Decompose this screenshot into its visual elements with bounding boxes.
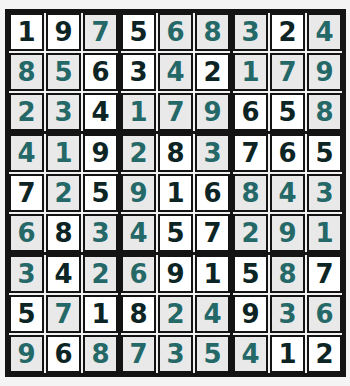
cell-r4c1[interactable]: 4	[9, 134, 44, 172]
cell-r9c4[interactable]: 7	[121, 335, 156, 373]
cell-r6c6[interactable]: 7	[195, 214, 230, 252]
given-digit: 8	[54, 220, 72, 246]
solved-digit: 9	[315, 59, 333, 85]
cell-r1c4[interactable]: 5	[121, 13, 156, 51]
cell-r3c1[interactable]: 2	[9, 93, 44, 131]
solved-digit: 2	[166, 301, 184, 327]
cell-r3c7[interactable]: 6	[233, 93, 268, 131]
solved-digit: 3	[278, 301, 296, 327]
cell-r3c8[interactable]: 5	[270, 93, 305, 131]
cell-r9c6[interactable]: 5	[195, 335, 230, 373]
solved-digit: 2	[91, 261, 109, 287]
sudoku-board: 1978562345683421793241796584197256832839…	[5, 9, 346, 377]
given-digit: 5	[315, 140, 333, 166]
cell-r7c3[interactable]: 2	[83, 255, 118, 293]
given-digit: 6	[241, 99, 259, 125]
cell-r2c3[interactable]: 6	[83, 53, 118, 91]
given-digit: 3	[129, 59, 147, 85]
solved-digit: 7	[129, 341, 147, 367]
box-9: 587936412	[233, 255, 342, 373]
cell-r5c6[interactable]: 6	[195, 174, 230, 212]
solved-digit: 2	[129, 140, 147, 166]
box-6: 765843291	[233, 134, 342, 252]
given-digit: 7	[315, 261, 333, 287]
cell-r8c3[interactable]: 1	[83, 295, 118, 333]
cell-r4c7[interactable]: 7	[233, 134, 268, 172]
solved-digit: 1	[54, 140, 72, 166]
solved-digit: 9	[203, 99, 221, 125]
cell-r8c2[interactable]: 7	[46, 295, 81, 333]
cell-r5c7[interactable]: 8	[233, 174, 268, 212]
solved-digit: 6	[17, 220, 35, 246]
solved-digit: 4	[166, 59, 184, 85]
solved-digit: 9	[278, 220, 296, 246]
solved-digit: 3	[91, 220, 109, 246]
solved-digit: 4	[203, 301, 221, 327]
solved-digit: 3	[54, 99, 72, 125]
cell-r3c5[interactable]: 7	[158, 93, 193, 131]
cell-r4c6[interactable]: 3	[195, 134, 230, 172]
cell-r4c4[interactable]: 2	[121, 134, 156, 172]
given-digit: 2	[315, 341, 333, 367]
cell-r8c8[interactable]: 3	[270, 295, 305, 333]
solved-digit: 2	[17, 99, 35, 125]
given-digit: 9	[54, 19, 72, 45]
cell-r6c5[interactable]: 5	[158, 214, 193, 252]
given-digit: 5	[278, 99, 296, 125]
solved-digit: 6	[166, 19, 184, 45]
given-digit: 7	[241, 140, 259, 166]
solved-digit: 1	[241, 59, 259, 85]
solved-digit: 4	[17, 140, 35, 166]
given-digit: 5	[129, 19, 147, 45]
cell-r9c7[interactable]: 4	[233, 335, 268, 373]
given-digit: 4	[54, 261, 72, 287]
cell-r1c3[interactable]: 7	[83, 13, 118, 51]
solved-digit: 8	[203, 19, 221, 45]
solved-digit: 3	[17, 261, 35, 287]
solved-digit: 3	[203, 140, 221, 166]
given-digit: 1	[203, 261, 221, 287]
cell-r8c1[interactable]: 5	[9, 295, 44, 333]
given-digit: 6	[91, 59, 109, 85]
cell-r1c8[interactable]: 2	[270, 13, 305, 51]
given-digit: 1	[91, 301, 109, 327]
given-digit: 4	[91, 99, 109, 125]
solved-digit: 8	[278, 261, 296, 287]
cell-r1c7[interactable]: 3	[233, 13, 268, 51]
solved-digit: 1	[315, 220, 333, 246]
given-digit: 7	[203, 220, 221, 246]
solved-digit: 5	[54, 59, 72, 85]
cell-r5c4[interactable]: 9	[121, 174, 156, 212]
box-4: 419725683	[9, 134, 118, 252]
cell-r1c6[interactable]: 8	[195, 13, 230, 51]
given-digit: 2	[203, 59, 221, 85]
solved-digit: 9	[129, 180, 147, 206]
solved-digit: 7	[166, 99, 184, 125]
solved-digit: 6	[129, 261, 147, 287]
cell-r2c2[interactable]: 5	[46, 53, 81, 91]
cell-r7c9[interactable]: 7	[307, 255, 342, 293]
cell-r1c1[interactable]: 1	[9, 13, 44, 51]
given-digit: 2	[278, 19, 296, 45]
cell-r3c3[interactable]: 4	[83, 93, 118, 131]
given-digit: 1	[17, 19, 35, 45]
cell-r6c9[interactable]: 1	[307, 214, 342, 252]
cell-r9c9[interactable]: 2	[307, 335, 342, 373]
cell-r8c5[interactable]: 2	[158, 295, 193, 333]
given-digit: 9	[91, 140, 109, 166]
solved-digit: 3	[241, 19, 259, 45]
given-digit: 5	[91, 180, 109, 206]
given-digit: 5	[17, 301, 35, 327]
cell-r1c2[interactable]: 9	[46, 13, 81, 51]
box-2: 568342179	[121, 13, 230, 131]
cell-r5c3[interactable]: 5	[83, 174, 118, 212]
cell-r4c9[interactable]: 5	[307, 134, 342, 172]
given-digit: 1	[166, 180, 184, 206]
solved-digit: 8	[17, 59, 35, 85]
box-8: 691824735	[121, 255, 230, 373]
cell-r5c8[interactable]: 4	[270, 174, 305, 212]
given-digit: 1	[278, 341, 296, 367]
solved-digit: 7	[54, 301, 72, 327]
cell-r6c8[interactable]: 9	[270, 214, 305, 252]
cell-r3c2[interactable]: 3	[46, 93, 81, 131]
given-digit: 9	[166, 261, 184, 287]
solved-digit: 6	[315, 301, 333, 327]
cell-r2c9[interactable]: 9	[307, 53, 342, 91]
cell-r6c1[interactable]: 6	[9, 214, 44, 252]
cell-r5c5[interactable]: 1	[158, 174, 193, 212]
solved-digit: 9	[17, 341, 35, 367]
solved-digit: 3	[315, 180, 333, 206]
box-7: 342571968	[9, 255, 118, 373]
solved-digit: 5	[203, 341, 221, 367]
cell-r5c9[interactable]: 3	[307, 174, 342, 212]
solved-digit: 4	[241, 341, 259, 367]
cell-r7c1[interactable]: 3	[9, 255, 44, 293]
cell-r4c3[interactable]: 9	[83, 134, 118, 172]
cell-r7c6[interactable]: 1	[195, 255, 230, 293]
cell-r8c6[interactable]: 4	[195, 295, 230, 333]
given-digit: 9	[241, 301, 259, 327]
cell-r6c7[interactable]: 2	[233, 214, 268, 252]
cell-r2c6[interactable]: 2	[195, 53, 230, 91]
cell-r2c5[interactable]: 4	[158, 53, 193, 91]
given-digit: 5	[166, 220, 184, 246]
given-digit: 8	[129, 301, 147, 327]
cell-r3c4[interactable]: 1	[121, 93, 156, 131]
cell-r9c5[interactable]: 3	[158, 335, 193, 373]
cell-r4c8[interactable]: 6	[270, 134, 305, 172]
cell-r8c9[interactable]: 6	[307, 295, 342, 333]
solved-digit: 8	[91, 341, 109, 367]
given-digit: 6	[278, 140, 296, 166]
box-3: 324179658	[233, 13, 342, 131]
solved-digit: 4	[129, 220, 147, 246]
cell-r9c3[interactable]: 8	[83, 335, 118, 373]
cell-r7c2[interactable]: 4	[46, 255, 81, 293]
solved-digit: 4	[278, 180, 296, 206]
cell-r4c2[interactable]: 1	[46, 134, 81, 172]
solved-digit: 2	[54, 180, 72, 206]
cell-r7c4[interactable]: 6	[121, 255, 156, 293]
cell-r2c1[interactable]: 8	[9, 53, 44, 91]
cell-r9c8[interactable]: 1	[270, 335, 305, 373]
cell-r5c2[interactable]: 2	[46, 174, 81, 212]
cell-r4c5[interactable]: 8	[158, 134, 193, 172]
box-5: 283916457	[121, 134, 230, 252]
given-digit: 6	[203, 180, 221, 206]
solved-digit: 8	[241, 180, 259, 206]
cell-r8c7[interactable]: 9	[233, 295, 268, 333]
cell-r1c9[interactable]: 4	[307, 13, 342, 51]
cell-r2c8[interactable]: 7	[270, 53, 305, 91]
cell-r6c3[interactable]: 3	[83, 214, 118, 252]
cell-r3c6[interactable]: 9	[195, 93, 230, 131]
cell-r3c9[interactable]: 8	[307, 93, 342, 131]
cell-r2c7[interactable]: 1	[233, 53, 268, 91]
cell-r9c2[interactable]: 6	[46, 335, 81, 373]
solved-digit: 7	[91, 19, 109, 45]
cell-r9c1[interactable]: 9	[9, 335, 44, 373]
cell-r6c4[interactable]: 4	[121, 214, 156, 252]
cell-r7c5[interactable]: 9	[158, 255, 193, 293]
solved-digit: 4	[315, 19, 333, 45]
solved-digit: 1	[129, 99, 147, 125]
solved-digit: 8	[315, 99, 333, 125]
cell-r8c4[interactable]: 8	[121, 295, 156, 333]
cell-r7c7[interactable]: 5	[233, 255, 268, 293]
box-1: 197856234	[9, 13, 118, 131]
cell-r5c1[interactable]: 7	[9, 174, 44, 212]
solved-digit: 2	[241, 220, 259, 246]
given-digit: 7	[17, 180, 35, 206]
solved-digit: 7	[278, 59, 296, 85]
cell-r1c5[interactable]: 6	[158, 13, 193, 51]
given-digit: 6	[54, 341, 72, 367]
given-digit: 8	[166, 140, 184, 166]
cell-r7c8[interactable]: 8	[270, 255, 305, 293]
cell-r2c4[interactable]: 3	[121, 53, 156, 91]
given-digit: 5	[241, 261, 259, 287]
solved-digit: 3	[166, 341, 184, 367]
cell-r6c2[interactable]: 8	[46, 214, 81, 252]
